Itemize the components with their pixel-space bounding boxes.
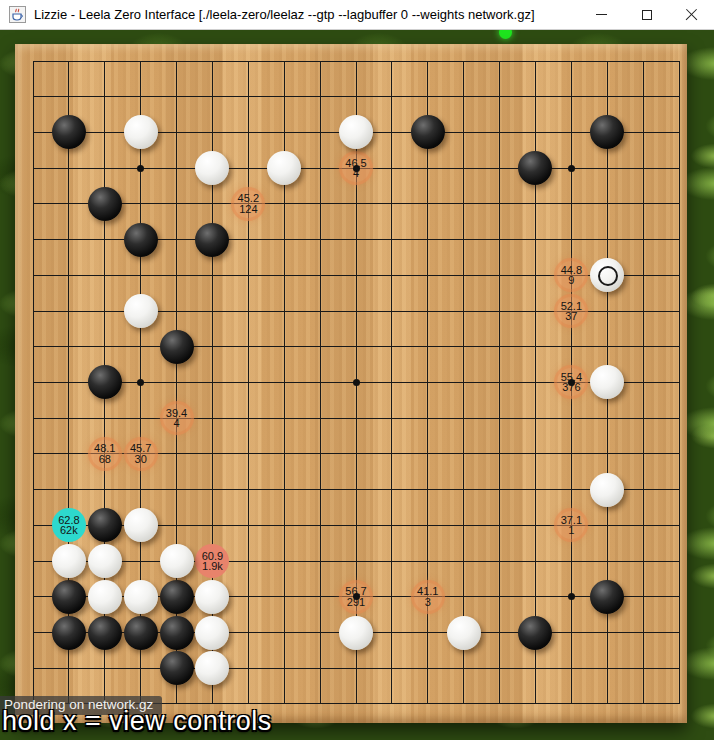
grid-line [33,489,680,490]
stone-white-R10 [590,365,624,399]
grid-line [679,61,680,705]
stone-black-B17 [52,115,86,149]
star-point [353,379,360,386]
stone-white-C4 [88,580,122,614]
minimize-button[interactable] [579,0,624,29]
stone-white-R7 [590,473,624,507]
stone-black-E3 [160,616,194,650]
suggestion-visits: 9 [568,275,574,286]
grid-line [463,61,464,705]
stone-white-F16 [195,151,229,185]
minimize-icon [596,14,607,16]
suggestion-visits: 3 [425,597,431,608]
stone-white-H16 [267,151,301,185]
stone-black-M17 [411,115,445,149]
grid-line [499,61,500,705]
stone-white-K17 [339,115,373,149]
stone-white-D4 [124,580,158,614]
controls-hint-overlay: hold x = view controls [2,706,272,737]
close-icon [685,8,698,21]
stone-black-E2 [160,651,194,685]
suggestion-visits: 62k [60,525,78,536]
star-point [137,379,144,386]
stone-white-K3 [339,616,373,650]
stone-white-D12 [124,294,158,328]
grid-line [391,61,392,705]
suggestion-B6[interactable]: 62.862k [52,508,86,542]
suggestion-G15[interactable]: 45.2124 [231,187,265,221]
java-app-icon[interactable] [9,6,26,23]
star-point [353,593,360,600]
suggestion-D8[interactable]: 45.730 [124,437,158,471]
suggestion-Q6[interactable]: 37.11 [554,508,588,542]
stone-white-B5 [52,544,86,578]
stone-black-D14 [124,223,158,257]
stone-black-E4 [160,580,194,614]
last-move-marker [598,266,618,286]
suggestion-Q12[interactable]: 52.137 [554,294,588,328]
suggestion-visits: 1.9k [202,561,223,572]
stone-black-B4 [52,580,86,614]
stone-white-R13 [590,258,624,292]
main-area: 62.862k60.91.9k56.729155.437652.13748.16… [0,30,714,740]
stone-white-D17 [124,115,158,149]
stone-black-C3 [88,616,122,650]
suggestion-visits: 4 [173,418,179,429]
stone-black-P16 [518,151,552,185]
stone-black-R4 [590,580,624,614]
suggestion-E9[interactable]: 39.44 [160,401,194,435]
suggestion-F5[interactable]: 60.91.9k [195,544,229,578]
star-point [568,165,575,172]
suggestion-visits: 68 [99,454,111,465]
stone-white-E5 [160,544,194,578]
lizzie-window: Lizzie - Leela Zero Interface [./leela-z… [0,0,714,740]
stone-white-N3 [447,616,481,650]
suggestion-visits: 37 [565,311,577,322]
stone-white-D6 [124,508,158,542]
star-point [353,165,360,172]
stone-black-C6 [88,508,122,542]
stone-black-E11 [160,330,194,364]
stone-black-F14 [195,223,229,257]
suggestion-visits: 124 [239,204,257,215]
star-point [568,379,575,386]
go-board[interactable]: 62.862k60.91.9k56.729155.437652.13748.16… [15,44,687,723]
stone-white-C5 [88,544,122,578]
suggestion-Q13[interactable]: 44.89 [554,258,588,292]
maximize-button[interactable] [624,0,669,29]
grid-line [33,561,680,562]
stone-white-F4 [195,580,229,614]
stone-black-P3 [518,616,552,650]
suggestion-visits: 30 [135,454,147,465]
maximize-icon [642,10,652,20]
suggestion-C8[interactable]: 48.168 [88,437,122,471]
java-coffee-icon [9,6,26,23]
stone-black-C15 [88,187,122,221]
grid-line [33,668,680,669]
window-title: Lizzie - Leela Zero Interface [./leela-z… [34,7,535,22]
stone-black-C10 [88,365,122,399]
stone-black-B3 [52,616,86,650]
stone-white-F2 [195,651,229,685]
grid-line [643,61,644,705]
suggestion-visits: 1 [568,525,574,536]
star-point [568,593,575,600]
ponder-indicator-dot [499,30,512,39]
close-button[interactable] [669,0,714,29]
stone-black-D3 [124,616,158,650]
window-controls [579,0,714,29]
title-bar: Lizzie - Leela Zero Interface [./leela-z… [0,0,714,30]
star-point [137,165,144,172]
grid-line [33,418,680,419]
stone-black-R17 [590,115,624,149]
stone-white-F3 [195,616,229,650]
suggestion-M4[interactable]: 41.13 [411,580,445,614]
